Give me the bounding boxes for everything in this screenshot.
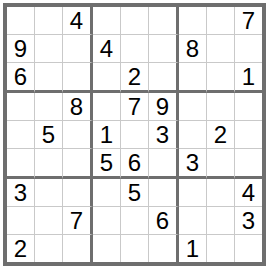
cell-r9c5[interactable]: [121, 235, 149, 262]
cell-r6c7[interactable]: 3: [179, 149, 207, 179]
cell-r2c8[interactable]: [207, 35, 235, 63]
cell-r5c9[interactable]: [235, 121, 262, 149]
cell-r3c9[interactable]: 1: [235, 63, 262, 93]
cell-r1c6[interactable]: [149, 7, 179, 35]
cell-r8c6[interactable]: 6: [149, 207, 179, 235]
cell-r5c1[interactable]: [7, 121, 35, 149]
cell-r4c9[interactable]: [235, 93, 262, 121]
cell-r6c3[interactable]: [63, 149, 93, 179]
cell-r5c8[interactable]: 2: [207, 121, 235, 149]
cell-r5c7[interactable]: [179, 121, 207, 149]
cell-r8c1[interactable]: [7, 207, 35, 235]
cell-r2c4[interactable]: 4: [93, 35, 121, 63]
cell-r2c3[interactable]: [63, 35, 93, 63]
cell-r1c7[interactable]: [179, 7, 207, 35]
cell-r8c9[interactable]: 3: [235, 207, 262, 235]
cell-r9c7[interactable]: 1: [179, 235, 207, 262]
cell-r3c8[interactable]: [207, 63, 235, 93]
cell-r1c3[interactable]: 4: [63, 7, 93, 35]
cell-r9c8[interactable]: [207, 235, 235, 262]
cell-r6c2[interactable]: [35, 149, 63, 179]
cell-r8c7[interactable]: [179, 207, 207, 235]
sudoku-board: 47948621879513256335476321: [3, 3, 266, 266]
cell-r9c4[interactable]: [93, 235, 121, 262]
cell-r4c2[interactable]: [35, 93, 63, 121]
cell-r2c7[interactable]: 8: [179, 35, 207, 63]
cell-r4c1[interactable]: [7, 93, 35, 121]
cell-r7c2[interactable]: [35, 179, 63, 207]
cell-r1c9[interactable]: 7: [235, 7, 262, 35]
page: 47948621879513256335476321: [0, 0, 273, 271]
cell-r4c4[interactable]: [93, 93, 121, 121]
cell-r9c6[interactable]: [149, 235, 179, 262]
cell-r7c1[interactable]: 3: [7, 179, 35, 207]
cell-r5c2[interactable]: 5: [35, 121, 63, 149]
cell-r4c6[interactable]: 9: [149, 93, 179, 121]
cell-r5c5[interactable]: [121, 121, 149, 149]
cell-r1c4[interactable]: [93, 7, 121, 35]
cell-r5c4[interactable]: 1: [93, 121, 121, 149]
cell-r9c9[interactable]: [235, 235, 262, 262]
cell-r7c3[interactable]: [63, 179, 93, 207]
cell-r3c4[interactable]: [93, 63, 121, 93]
cell-r7c9[interactable]: 4: [235, 179, 262, 207]
cell-r6c1[interactable]: [7, 149, 35, 179]
cell-r2c5[interactable]: [121, 35, 149, 63]
cell-r7c8[interactable]: [207, 179, 235, 207]
cell-r8c5[interactable]: [121, 207, 149, 235]
cell-r4c5[interactable]: 7: [121, 93, 149, 121]
cell-r6c4[interactable]: 5: [93, 149, 121, 179]
cell-r8c2[interactable]: [35, 207, 63, 235]
cell-r8c8[interactable]: [207, 207, 235, 235]
cell-r1c2[interactable]: [35, 7, 63, 35]
cell-r1c8[interactable]: [207, 7, 235, 35]
cell-r3c5[interactable]: 2: [121, 63, 149, 93]
cell-r3c1[interactable]: 6: [7, 63, 35, 93]
cell-r7c6[interactable]: [149, 179, 179, 207]
cell-r3c7[interactable]: [179, 63, 207, 93]
cell-r2c2[interactable]: [35, 35, 63, 63]
cell-r1c5[interactable]: [121, 7, 149, 35]
cell-r5c6[interactable]: 3: [149, 121, 179, 149]
cell-r2c1[interactable]: 9: [7, 35, 35, 63]
cell-r8c4[interactable]: [93, 207, 121, 235]
cell-r9c2[interactable]: [35, 235, 63, 262]
cell-r6c8[interactable]: [207, 149, 235, 179]
cell-r2c9[interactable]: [235, 35, 262, 63]
cell-r3c6[interactable]: [149, 63, 179, 93]
cell-r4c3[interactable]: 8: [63, 93, 93, 121]
cell-r6c6[interactable]: [149, 149, 179, 179]
cell-r3c3[interactable]: [63, 63, 93, 93]
cell-r3c2[interactable]: [35, 63, 63, 93]
cell-r4c8[interactable]: [207, 93, 235, 121]
cell-r7c7[interactable]: [179, 179, 207, 207]
cell-r7c4[interactable]: [93, 179, 121, 207]
cell-r8c3[interactable]: 7: [63, 207, 93, 235]
cell-r6c9[interactable]: [235, 149, 262, 179]
cell-r5c3[interactable]: [63, 121, 93, 149]
cell-r9c3[interactable]: [63, 235, 93, 262]
cell-r4c7[interactable]: [179, 93, 207, 121]
cell-r9c1[interactable]: 2: [7, 235, 35, 262]
cell-r1c1[interactable]: [7, 7, 35, 35]
cell-r2c6[interactable]: [149, 35, 179, 63]
cell-r7c5[interactable]: 5: [121, 179, 149, 207]
cell-r6c5[interactable]: 6: [121, 149, 149, 179]
